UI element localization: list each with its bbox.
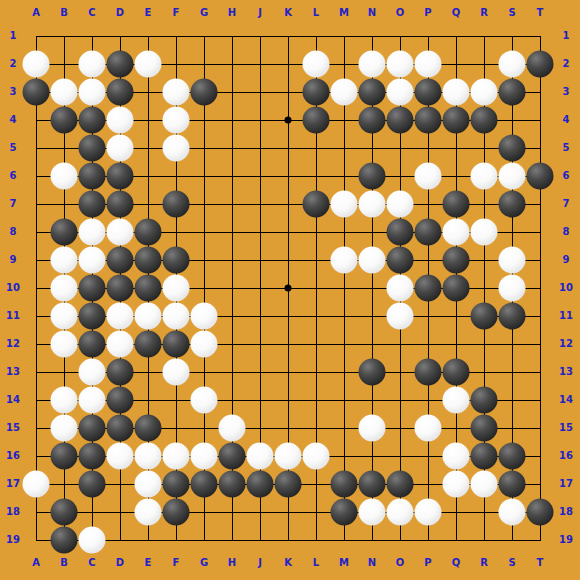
black-stone-S11 <box>499 303 526 330</box>
black-stone-T18 <box>527 499 554 526</box>
black-stone-C12 <box>79 331 106 358</box>
black-stone-N3 <box>359 79 386 106</box>
row-label-left-14: 14 <box>6 395 20 405</box>
white-stone-K16 <box>275 443 302 470</box>
black-stone-B16 <box>51 443 78 470</box>
white-stone-C8 <box>79 219 106 246</box>
white-stone-B6 <box>51 163 78 190</box>
white-stone-B14 <box>51 387 78 414</box>
black-stone-R11 <box>471 303 498 330</box>
black-stone-D13 <box>107 359 134 386</box>
black-stone-M18 <box>331 499 358 526</box>
white-stone-P15 <box>415 415 442 442</box>
white-stone-S6 <box>499 163 526 190</box>
row-label-right-13: 13 <box>559 367 573 377</box>
white-stone-G12 <box>191 331 218 358</box>
col-label-bottom-E: E <box>145 558 152 568</box>
black-stone-S17 <box>499 471 526 498</box>
black-stone-D10 <box>107 275 134 302</box>
row-label-left-6: 6 <box>10 171 17 181</box>
white-stone-F3 <box>163 79 190 106</box>
black-stone-D15 <box>107 415 134 442</box>
white-stone-N18 <box>359 499 386 526</box>
col-label-bottom-D: D <box>116 558 124 568</box>
white-stone-F13 <box>163 359 190 386</box>
col-label-top-M: M <box>339 8 349 18</box>
black-stone-D3 <box>107 79 134 106</box>
col-label-top-L: L <box>313 8 319 18</box>
col-label-top-P: P <box>424 8 431 18</box>
col-label-bottom-S: S <box>508 558 515 568</box>
row-label-right-4: 4 <box>563 115 570 125</box>
black-stone-R16 <box>471 443 498 470</box>
black-stone-P8 <box>415 219 442 246</box>
row-label-right-14: 14 <box>559 395 573 405</box>
white-stone-O7 <box>387 191 414 218</box>
row-label-right-1: 1 <box>563 31 570 41</box>
white-stone-B9 <box>51 247 78 274</box>
white-stone-O18 <box>387 499 414 526</box>
black-stone-P3 <box>415 79 442 106</box>
black-stone-Q4 <box>443 107 470 134</box>
row-label-right-9: 9 <box>563 255 570 265</box>
white-stone-A17 <box>23 471 50 498</box>
black-stone-E10 <box>135 275 162 302</box>
col-label-bottom-H: H <box>228 558 236 568</box>
black-stone-C16 <box>79 443 106 470</box>
black-stone-C15 <box>79 415 106 442</box>
col-label-bottom-F: F <box>173 558 180 568</box>
white-stone-D12 <box>107 331 134 358</box>
white-stone-L2 <box>303 51 330 78</box>
black-stone-F18 <box>163 499 190 526</box>
black-stone-L3 <box>303 79 330 106</box>
black-stone-D2 <box>107 51 134 78</box>
black-stone-S3 <box>499 79 526 106</box>
white-stone-E11 <box>135 303 162 330</box>
white-stone-P6 <box>415 163 442 190</box>
black-stone-M17 <box>331 471 358 498</box>
white-stone-Q8 <box>443 219 470 246</box>
black-stone-G3 <box>191 79 218 106</box>
black-stone-B18 <box>51 499 78 526</box>
black-stone-C6 <box>79 163 106 190</box>
black-stone-D9 <box>107 247 134 274</box>
black-stone-F12 <box>163 331 190 358</box>
row-label-left-11: 11 <box>6 311 20 321</box>
black-stone-C5 <box>79 135 106 162</box>
black-stone-J17 <box>247 471 274 498</box>
col-label-top-H: H <box>228 8 236 18</box>
black-stone-Q7 <box>443 191 470 218</box>
black-stone-Q9 <box>443 247 470 274</box>
white-stone-S10 <box>499 275 526 302</box>
black-stone-R14 <box>471 387 498 414</box>
col-label-top-F: F <box>173 8 180 18</box>
col-label-bottom-O: O <box>396 558 405 568</box>
row-label-right-6: 6 <box>563 171 570 181</box>
white-stone-D8 <box>107 219 134 246</box>
white-stone-S2 <box>499 51 526 78</box>
white-stone-D16 <box>107 443 134 470</box>
col-label-bottom-C: C <box>88 558 95 568</box>
white-stone-C13 <box>79 359 106 386</box>
white-stone-E2 <box>135 51 162 78</box>
row-label-right-11: 11 <box>559 311 573 321</box>
black-stone-E15 <box>135 415 162 442</box>
row-label-right-15: 15 <box>559 423 573 433</box>
col-label-bottom-P: P <box>424 558 431 568</box>
white-stone-P18 <box>415 499 442 526</box>
black-stone-A3 <box>23 79 50 106</box>
white-stone-S18 <box>499 499 526 526</box>
white-stone-S9 <box>499 247 526 274</box>
white-stone-Q17 <box>443 471 470 498</box>
white-stone-D5 <box>107 135 134 162</box>
row-label-left-7: 7 <box>10 199 17 209</box>
row-label-right-7: 7 <box>563 199 570 209</box>
white-stone-E18 <box>135 499 162 526</box>
white-stone-B10 <box>51 275 78 302</box>
black-stone-C10 <box>79 275 106 302</box>
row-label-left-13: 13 <box>6 367 20 377</box>
black-stone-P10 <box>415 275 442 302</box>
black-stone-N13 <box>359 359 386 386</box>
row-label-left-5: 5 <box>10 143 17 153</box>
black-stone-C11 <box>79 303 106 330</box>
black-stone-C7 <box>79 191 106 218</box>
row-label-left-12: 12 <box>6 339 20 349</box>
col-label-top-T: T <box>537 8 544 18</box>
row-label-right-12: 12 <box>559 339 573 349</box>
row-label-right-5: 5 <box>563 143 570 153</box>
row-label-left-4: 4 <box>10 115 17 125</box>
white-stone-C19 <box>79 527 106 554</box>
white-stone-G16 <box>191 443 218 470</box>
col-label-bottom-L: L <box>313 558 319 568</box>
row-label-right-19: 19 <box>559 535 573 545</box>
row-label-left-3: 3 <box>10 87 17 97</box>
white-stone-B15 <box>51 415 78 442</box>
white-stone-R6 <box>471 163 498 190</box>
black-stone-O9 <box>387 247 414 274</box>
col-label-bottom-G: G <box>200 558 208 568</box>
white-stone-N2 <box>359 51 386 78</box>
black-stone-Q13 <box>443 359 470 386</box>
white-stone-D11 <box>107 303 134 330</box>
black-stone-T6 <box>527 163 554 190</box>
white-stone-O11 <box>387 303 414 330</box>
black-stone-S5 <box>499 135 526 162</box>
white-stone-F10 <box>163 275 190 302</box>
black-stone-D7 <box>107 191 134 218</box>
white-stone-J16 <box>247 443 274 470</box>
black-stone-N4 <box>359 107 386 134</box>
black-stone-O17 <box>387 471 414 498</box>
col-label-bottom-Q: Q <box>452 558 461 568</box>
white-stone-D4 <box>107 107 134 134</box>
black-stone-B19 <box>51 527 78 554</box>
black-stone-R15 <box>471 415 498 442</box>
black-stone-O4 <box>387 107 414 134</box>
row-label-left-16: 16 <box>6 451 20 461</box>
white-stone-L16 <box>303 443 330 470</box>
white-stone-R3 <box>471 79 498 106</box>
col-label-bottom-M: M <box>339 558 349 568</box>
black-stone-E9 <box>135 247 162 274</box>
white-stone-R8 <box>471 219 498 246</box>
row-label-left-1: 1 <box>10 31 17 41</box>
black-stone-L4 <box>303 107 330 134</box>
white-stone-B11 <box>51 303 78 330</box>
black-stone-H17 <box>219 471 246 498</box>
white-stone-O10 <box>387 275 414 302</box>
white-stone-G14 <box>191 387 218 414</box>
black-stone-S16 <box>499 443 526 470</box>
row-label-left-18: 18 <box>6 507 20 517</box>
row-label-right-3: 3 <box>563 87 570 97</box>
col-label-bottom-T: T <box>537 558 544 568</box>
row-label-left-15: 15 <box>6 423 20 433</box>
row-label-right-10: 10 <box>559 283 573 293</box>
row-label-left-8: 8 <box>10 227 17 237</box>
row-label-left-17: 17 <box>6 479 20 489</box>
star-point-K10 <box>285 285 292 292</box>
col-label-top-G: G <box>200 8 208 18</box>
col-label-top-E: E <box>145 8 152 18</box>
black-stone-N6 <box>359 163 386 190</box>
col-label-top-R: R <box>480 8 488 18</box>
row-label-left-9: 9 <box>10 255 17 265</box>
col-label-top-A: A <box>32 8 40 18</box>
black-stone-D6 <box>107 163 134 190</box>
white-stone-Q14 <box>443 387 470 414</box>
black-stone-C4 <box>79 107 106 134</box>
go-board[interactable]: AABBCCDDEEFFGGHHJJKKLLMMNNOOPPQQRRSSTT11… <box>0 0 580 580</box>
white-stone-G11 <box>191 303 218 330</box>
row-label-right-8: 8 <box>563 227 570 237</box>
white-stone-N7 <box>359 191 386 218</box>
col-label-bottom-K: K <box>284 558 292 568</box>
white-stone-F11 <box>163 303 190 330</box>
white-stone-A2 <box>23 51 50 78</box>
black-stone-F7 <box>163 191 190 218</box>
black-stone-E12 <box>135 331 162 358</box>
black-stone-C17 <box>79 471 106 498</box>
row-label-left-10: 10 <box>6 283 20 293</box>
row-label-right-17: 17 <box>559 479 573 489</box>
white-stone-R17 <box>471 471 498 498</box>
black-stone-F17 <box>163 471 190 498</box>
col-label-top-K: K <box>284 8 292 18</box>
star-point-K4 <box>285 117 292 124</box>
white-stone-M7 <box>331 191 358 218</box>
col-label-bottom-B: B <box>60 558 68 568</box>
white-stone-N15 <box>359 415 386 442</box>
black-stone-T2 <box>527 51 554 78</box>
black-stone-O8 <box>387 219 414 246</box>
black-stone-B4 <box>51 107 78 134</box>
white-stone-B3 <box>51 79 78 106</box>
black-stone-E8 <box>135 219 162 246</box>
black-stone-B8 <box>51 219 78 246</box>
white-stone-C9 <box>79 247 106 274</box>
white-stone-O2 <box>387 51 414 78</box>
col-label-top-B: B <box>60 8 68 18</box>
white-stone-Q16 <box>443 443 470 470</box>
white-stone-N9 <box>359 247 386 274</box>
black-stone-K17 <box>275 471 302 498</box>
col-label-top-S: S <box>508 8 515 18</box>
col-label-top-O: O <box>396 8 405 18</box>
row-label-right-2: 2 <box>563 59 570 69</box>
white-stone-F4 <box>163 107 190 134</box>
white-stone-Q3 <box>443 79 470 106</box>
white-stone-M9 <box>331 247 358 274</box>
white-stone-C2 <box>79 51 106 78</box>
row-label-left-2: 2 <box>10 59 17 69</box>
white-stone-O3 <box>387 79 414 106</box>
white-stone-E17 <box>135 471 162 498</box>
black-stone-R4 <box>471 107 498 134</box>
col-label-bottom-J: J <box>258 558 262 568</box>
col-label-top-N: N <box>368 8 376 18</box>
white-stone-F5 <box>163 135 190 162</box>
row-label-left-19: 19 <box>6 535 20 545</box>
white-stone-C14 <box>79 387 106 414</box>
black-stone-Q10 <box>443 275 470 302</box>
white-stone-C3 <box>79 79 106 106</box>
white-stone-H15 <box>219 415 246 442</box>
black-stone-S7 <box>499 191 526 218</box>
black-stone-P13 <box>415 359 442 386</box>
col-label-top-C: C <box>88 8 95 18</box>
white-stone-F16 <box>163 443 190 470</box>
row-label-right-18: 18 <box>559 507 573 517</box>
white-stone-B12 <box>51 331 78 358</box>
row-label-right-16: 16 <box>559 451 573 461</box>
col-label-bottom-A: A <box>32 558 40 568</box>
black-stone-D14 <box>107 387 134 414</box>
black-stone-L7 <box>303 191 330 218</box>
black-stone-F9 <box>163 247 190 274</box>
col-label-bottom-R: R <box>480 558 488 568</box>
col-label-bottom-N: N <box>368 558 376 568</box>
black-stone-P4 <box>415 107 442 134</box>
white-stone-P2 <box>415 51 442 78</box>
black-stone-N17 <box>359 471 386 498</box>
col-label-top-J: J <box>258 8 262 18</box>
white-stone-E16 <box>135 443 162 470</box>
black-stone-H16 <box>219 443 246 470</box>
black-stone-G17 <box>191 471 218 498</box>
col-label-top-Q: Q <box>452 8 461 18</box>
white-stone-M3 <box>331 79 358 106</box>
col-label-top-D: D <box>116 8 124 18</box>
